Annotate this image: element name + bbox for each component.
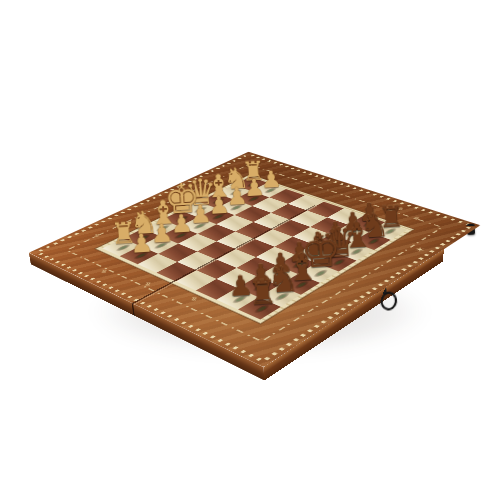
scene-tilt: ✶ ≈ ≈ ≈ ≈ ≈ ≈ ♜♞♝♚♛♝♞♜♟♟♟♟♟♟♟♟♟♟♟♟♟♟♟♟♜♞… <box>0 0 500 500</box>
piece-black-rook: ♜ <box>227 275 297 312</box>
square-h2: ♟ <box>120 246 159 264</box>
square-h8: ♜ <box>238 297 281 319</box>
chess-board: ✶ ≈ ≈ ≈ ≈ ≈ ≈ ♜♞♝♚♛♝♞♜♟♟♟♟♟♟♟♟♟♟♟♟♟♟♟♟♜♞… <box>29 152 481 368</box>
piece-white-pawn: ♟ <box>110 229 173 258</box>
square-h3 <box>138 254 177 273</box>
vine-inlay-icon: ≈ <box>142 282 154 287</box>
fold-seam-edge <box>132 303 135 316</box>
vine-inlay-icon: ≈ <box>98 269 110 274</box>
product-photo-chess-set: ✶ ≈ ≈ ≈ ≈ ≈ ≈ ♜♞♝♚♛♝♞♜♟♟♟♟♟♟♟♟♟♟♟♟♟♟♟♟♜♞… <box>0 0 500 500</box>
vine-inlay-icon: ≈ <box>188 296 200 301</box>
board-top-face: ✶ ≈ ≈ ≈ ≈ ≈ ≈ ♜♞♝♚♛♝♞♜♟♟♟♟♟♟♟♟♟♟♟♟♟♟♟♟♜♞… <box>29 152 481 368</box>
perspective-wrapper: ✶ ≈ ≈ ≈ ≈ ≈ ≈ ♜♞♝♚♛♝♞♜♟♟♟♟♟♟♟♟♟♟♟♟♟♟♟♟♜♞… <box>0 0 500 500</box>
